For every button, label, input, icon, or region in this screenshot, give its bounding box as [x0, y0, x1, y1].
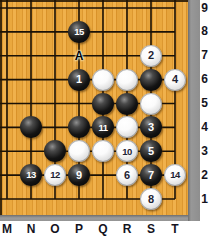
go-diagram: 152141131051312967148 A MNOPQRST 9876543…: [0, 0, 212, 236]
move-number-12: 12: [50, 170, 60, 180]
stone-white-R6[interactable]: [116, 69, 138, 91]
move-number-5: 5: [148, 146, 154, 157]
row-label-2: 2: [197, 169, 212, 182]
move-number-6: 6: [124, 170, 130, 181]
stone-black-S6[interactable]: [140, 69, 162, 91]
col-label-N: N: [23, 222, 39, 236]
row-label-6: 6: [197, 73, 212, 86]
stone-black-S2[interactable]: 7: [140, 164, 162, 186]
move-number-2: 2: [148, 50, 154, 61]
row-label-4: 4: [197, 121, 212, 134]
stone-white-O2[interactable]: 12: [44, 164, 66, 186]
stone-black-P6[interactable]: 1: [68, 69, 90, 91]
move-number-1: 1: [76, 74, 82, 85]
move-number-4: 4: [172, 74, 178, 85]
move-number-14: 14: [170, 170, 180, 180]
stone-white-T2[interactable]: 14: [164, 164, 186, 186]
move-number-13: 13: [26, 170, 36, 180]
stone-white-S7[interactable]: 2: [140, 45, 162, 67]
stone-white-Q6[interactable]: [92, 69, 114, 91]
stone-white-R2[interactable]: 6: [116, 164, 138, 186]
move-number-7: 7: [148, 170, 154, 181]
row-label-7: 7: [197, 49, 212, 62]
row-label-3: 3: [197, 145, 212, 158]
col-label-S: S: [143, 222, 159, 236]
move-number-9: 9: [76, 170, 82, 181]
col-label-Q: Q: [95, 222, 111, 236]
stone-black-P8[interactable]: 15: [68, 21, 90, 43]
col-label-P: P: [71, 222, 87, 236]
move-number-3: 3: [148, 122, 154, 133]
move-number-10: 10: [122, 147, 132, 157]
stone-black-N2[interactable]: 13: [20, 164, 42, 186]
col-label-M: M: [0, 222, 15, 236]
marker-A-P7[interactable]: A: [75, 49, 84, 63]
col-label-T: T: [167, 222, 183, 236]
board-edge-bottom: [0, 215, 188, 221]
move-number-15: 15: [74, 27, 84, 37]
row-label-1: 1: [197, 193, 212, 206]
move-number-11: 11: [98, 123, 107, 133]
stone-white-S1[interactable]: 8: [140, 188, 162, 210]
stone-black-Q5[interactable]: [92, 93, 114, 115]
stone-black-R5[interactable]: [116, 93, 138, 115]
stone-white-T6[interactable]: 4: [164, 69, 186, 91]
row-label-8: 8: [197, 25, 212, 38]
stone-white-S5[interactable]: [140, 93, 162, 115]
move-number-8: 8: [148, 194, 154, 205]
col-label-R: R: [119, 222, 135, 236]
row-label-5: 5: [197, 97, 212, 110]
row-label-9: 9: [197, 2, 212, 15]
stone-black-P2[interactable]: 9: [68, 164, 90, 186]
go-board[interactable]: 152141131051312967148 A: [0, 0, 188, 215]
col-label-O: O: [47, 222, 63, 236]
